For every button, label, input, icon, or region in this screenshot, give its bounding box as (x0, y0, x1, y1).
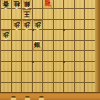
hoshi-dot (32, 29, 34, 31)
cell-3b[interactable] (64, 9, 75, 20)
cell-6c[interactable]: 歩 (33, 20, 44, 31)
cell-9e[interactable] (1, 41, 12, 52)
cell-2a[interactable] (75, 0, 86, 9)
cell-5e[interactable] (43, 41, 54, 52)
cell-3f[interactable] (64, 51, 75, 62)
cell-9a[interactable]: 香 (1, 0, 12, 9)
cell-3e[interactable] (64, 41, 75, 52)
cell-8c[interactable]: 歩 (12, 20, 23, 31)
cell-1a[interactable] (85, 0, 96, 9)
cell-7d[interactable] (22, 30, 33, 41)
hand-piece-sente[interactable] (24, 96, 31, 100)
piece-7c-歩[interactable]: 歩 (22, 20, 31, 30)
cell-8f[interactable] (12, 51, 23, 62)
cell-2d[interactable] (75, 30, 86, 41)
cell-6d[interactable] (33, 30, 44, 41)
cell-5f[interactable] (43, 51, 54, 62)
cell-6g[interactable] (33, 62, 44, 73)
cell-4a[interactable] (54, 0, 65, 9)
cell-4h[interactable] (54, 72, 65, 83)
cell-8g[interactable] (12, 62, 23, 73)
hand-piece-sente[interactable] (38, 96, 45, 100)
shogi-board: 香桂銀龍王歩歩歩歩銀 (0, 0, 96, 94)
cell-1e[interactable] (85, 41, 96, 52)
piece-9a-香[interactable]: 香 (1, 0, 10, 9)
piece-5a-龍[interactable]: 龍 (43, 0, 52, 9)
cell-6f[interactable] (33, 51, 44, 62)
cell-4d[interactable] (54, 30, 65, 41)
cell-1h[interactable] (85, 72, 96, 83)
cell-6b[interactable] (33, 9, 44, 20)
cell-9f[interactable] (1, 51, 12, 62)
cell-6a[interactable] (33, 0, 44, 9)
piece-6e-銀[interactable]: 銀 (33, 41, 42, 51)
cell-3a[interactable] (64, 0, 75, 9)
cell-7b[interactable]: 王 (22, 9, 33, 20)
cell-5h[interactable] (43, 72, 54, 83)
piece-9d-歩[interactable]: 歩 (1, 30, 10, 40)
cell-4g[interactable] (54, 62, 65, 73)
cell-3g[interactable] (64, 62, 75, 73)
piece-8c-歩[interactable]: 歩 (12, 20, 21, 30)
cell-1f[interactable] (85, 51, 96, 62)
piece-6c-歩[interactable]: 歩 (33, 20, 42, 30)
cell-9c[interactable] (1, 20, 12, 31)
cell-7g[interactable] (22, 62, 33, 73)
cell-1d[interactable] (85, 30, 96, 41)
cell-2h[interactable] (75, 72, 86, 83)
cell-8d[interactable] (12, 30, 23, 41)
cell-3c[interactable] (64, 20, 75, 31)
hoshi-dot (63, 61, 65, 63)
cell-9g[interactable] (1, 62, 12, 73)
piece-7a-銀[interactable]: 銀 (22, 0, 31, 9)
cell-9b[interactable] (1, 9, 12, 20)
piece-8a-桂[interactable]: 桂 (12, 0, 21, 9)
cell-6e[interactable]: 銀 (33, 41, 44, 52)
cell-1g[interactable] (85, 62, 96, 73)
cell-2f[interactable] (75, 51, 86, 62)
cell-3d[interactable] (64, 30, 75, 41)
cell-2e[interactable] (75, 41, 86, 52)
board-grid: 香桂銀龍王歩歩歩歩銀 (0, 0, 96, 93)
cell-5b[interactable] (43, 9, 54, 20)
cell-4e[interactable] (54, 41, 65, 52)
board-right-edge (95, 0, 100, 100)
piece-7b-王[interactable]: 王 (22, 9, 31, 19)
cell-9h[interactable] (1, 72, 12, 83)
cell-6h[interactable] (33, 72, 44, 83)
hoshi-dot (63, 29, 65, 31)
cell-5g[interactable] (43, 62, 54, 73)
cell-2c[interactable] (75, 20, 86, 31)
cell-9d[interactable]: 歩 (1, 30, 12, 41)
shogi-board-screenshot: 香桂銀龍王歩歩歩歩銀 (0, 0, 100, 100)
hoshi-dot (32, 61, 34, 63)
cell-7h[interactable] (22, 72, 33, 83)
cell-3h[interactable] (64, 72, 75, 83)
cell-7a[interactable]: 銀 (22, 0, 33, 9)
cell-2b[interactable] (75, 9, 86, 20)
cell-7e[interactable] (22, 41, 33, 52)
cell-4b[interactable] (54, 9, 65, 20)
cell-8e[interactable] (12, 41, 23, 52)
komadai-sente (0, 92, 100, 100)
cell-1b[interactable] (85, 9, 96, 20)
cell-5d[interactable] (43, 30, 54, 41)
cell-8a[interactable]: 桂 (12, 0, 23, 9)
hand-piece-sente[interactable] (10, 96, 17, 100)
cell-2g[interactable] (75, 62, 86, 73)
cell-8h[interactable] (12, 72, 23, 83)
cell-5c[interactable] (43, 20, 54, 31)
cell-8b[interactable] (12, 9, 23, 20)
cell-1c[interactable] (85, 20, 96, 31)
cell-5a[interactable]: 龍 (43, 0, 54, 9)
